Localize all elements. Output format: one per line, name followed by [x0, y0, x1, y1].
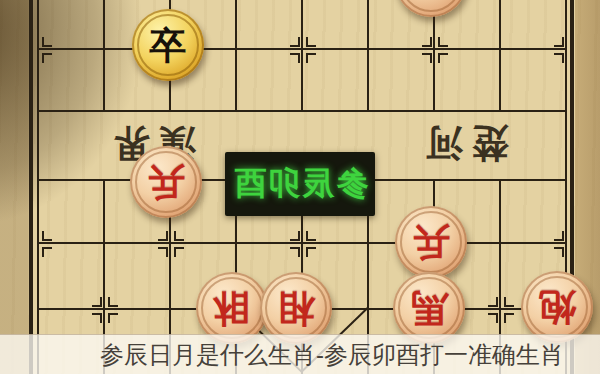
riddle-text-box: 参辰卯酉	[225, 152, 375, 216]
piece-glyph: 相	[214, 290, 251, 327]
caption-text: 参辰日月是什么生肖-参辰卯酉打一准确生肖	[0, 339, 564, 371]
piece-glyph: 卒	[150, 27, 187, 64]
piece-glyph: 馬	[411, 290, 448, 327]
file-line	[103, 0, 105, 111]
caption-bar: 参辰日月是什么生肖-参辰卯酉打一准确生肖	[0, 334, 600, 374]
piece-red-soldier-c5[interactable]: 兵	[130, 146, 202, 218]
file-line	[367, 0, 369, 111]
xiangqi-screenshot: 漢界 楚河 参辰卯酉 卒 兵 兵 相 相 馬 炮 参辰日月是什么生肖-参辰卯酉打…	[0, 0, 600, 374]
piece-glyph: 兵	[148, 164, 185, 201]
file-line-a	[37, 0, 39, 374]
piece-red-cannon-i3[interactable]: 炮	[521, 271, 593, 343]
border-left	[29, 0, 33, 374]
piece-glyph: 炮	[539, 289, 576, 326]
piece-glyph: 兵	[413, 224, 450, 261]
file-line	[235, 0, 237, 111]
file-line	[499, 0, 501, 111]
piece-red-soldier-g4[interactable]: 兵	[395, 206, 467, 278]
riddle-text: 参辰卯酉	[232, 162, 368, 206]
piece-red-cutoff-g8[interactable]	[395, 0, 467, 17]
file-line	[301, 0, 303, 111]
piece-black-soldier-c7[interactable]: 卒	[132, 9, 204, 81]
piece-glyph: 相	[278, 290, 315, 327]
river-label-chuhe: 楚河	[398, 121, 528, 167]
